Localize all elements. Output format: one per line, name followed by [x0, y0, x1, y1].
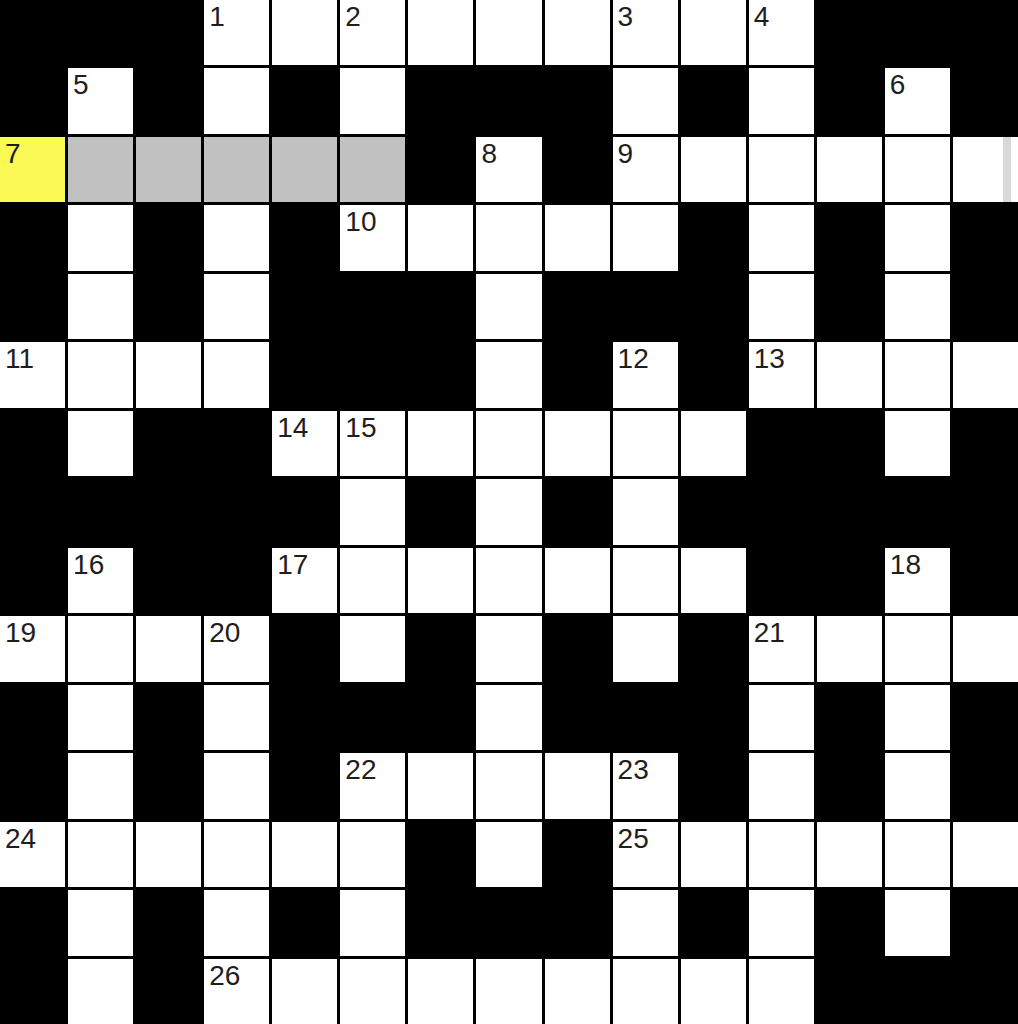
- cell-r11c10: [613, 685, 678, 750]
- cell-r7c11[interactable]: [681, 411, 746, 476]
- cell-r15c7[interactable]: [408, 959, 473, 1024]
- cell-r3c15[interactable]: [953, 137, 1018, 202]
- cell-r2c11: [681, 68, 746, 133]
- clue-number-11: 11: [0, 342, 65, 373]
- cell-r3c5[interactable]: [272, 137, 337, 202]
- cell-r3c10[interactable]: 9: [613, 137, 678, 202]
- cell-r9c5[interactable]: 17: [272, 548, 337, 613]
- cell-r5c5: [272, 274, 337, 339]
- cell-r9c11[interactable]: [681, 548, 746, 613]
- cell-r5c4[interactable]: [204, 274, 269, 339]
- cell-r10c3[interactable]: [136, 616, 201, 681]
- cell-r11c11: [681, 685, 746, 750]
- cell-r15c14: [885, 959, 950, 1024]
- cell-r6c6: [340, 342, 405, 407]
- clue-number-13: 13: [749, 342, 814, 373]
- cell-r6c9: [545, 342, 610, 407]
- cell-r5c12[interactable]: [749, 274, 814, 339]
- cell-r11c3: [136, 685, 201, 750]
- cell-r4c6[interactable]: 10: [340, 205, 405, 270]
- cell-r15c1: [0, 959, 65, 1024]
- cell-r9c15: [953, 548, 1018, 613]
- cell-r12c12[interactable]: [749, 753, 814, 818]
- cell-r10c4[interactable]: 20: [204, 616, 269, 681]
- cell-r9c3: [136, 548, 201, 613]
- cell-r1c15: [953, 0, 1018, 65]
- clue-number-7: 7: [0, 137, 65, 168]
- cell-r6c14[interactable]: [885, 342, 950, 407]
- clue-number-12: 12: [613, 342, 678, 373]
- cell-r4c11: [681, 205, 746, 270]
- clue-number-5: 5: [68, 68, 133, 99]
- cell-r8c5: [272, 479, 337, 544]
- cell-r7c4: [204, 411, 269, 476]
- cell-r7c14[interactable]: [885, 411, 950, 476]
- cell-r5c14[interactable]: [885, 274, 950, 339]
- clue-number-2: 2: [340, 0, 405, 31]
- cell-r12c6[interactable]: 22: [340, 753, 405, 818]
- cell-r4c7[interactable]: [408, 205, 473, 270]
- cell-r9c1: [0, 548, 65, 613]
- cell-r3c4[interactable]: [204, 137, 269, 202]
- clue-number-25: 25: [613, 822, 678, 853]
- cell-r3c13[interactable]: [817, 137, 882, 202]
- cell-r6c12[interactable]: 13: [749, 342, 814, 407]
- cell-r14c5: [272, 890, 337, 955]
- cell-r12c3: [136, 753, 201, 818]
- cell-r10c2[interactable]: [68, 616, 133, 681]
- cell-r7c12: [749, 411, 814, 476]
- cell-r6c8[interactable]: [476, 342, 541, 407]
- cell-r13c10[interactable]: 25: [613, 822, 678, 887]
- cell-r13c8[interactable]: [476, 822, 541, 887]
- cell-r7c15: [953, 411, 1018, 476]
- clue-number-9: 9: [613, 137, 678, 168]
- cell-r3c1[interactable]: 7: [0, 137, 65, 202]
- cell-r3c6[interactable]: [340, 137, 405, 202]
- cell-r1c2: [68, 0, 133, 65]
- cell-r11c12[interactable]: [749, 685, 814, 750]
- cell-r15c10[interactable]: [613, 959, 678, 1024]
- cell-r13c3[interactable]: [136, 822, 201, 887]
- cell-r3c3[interactable]: [136, 137, 201, 202]
- cell-r1c8[interactable]: [476, 0, 541, 65]
- clue-number-8: 8: [476, 137, 541, 168]
- cell-r6c11: [681, 342, 746, 407]
- cell-r15c6[interactable]: [340, 959, 405, 1024]
- clue-number-20: 20: [204, 616, 269, 647]
- clue-number-23: 23: [613, 753, 678, 784]
- cell-r8c3: [136, 479, 201, 544]
- cell-r9c12: [749, 548, 814, 613]
- clue-number-21: 21: [749, 616, 814, 647]
- cell-r10c10[interactable]: [613, 616, 678, 681]
- cell-r13c15[interactable]: [953, 822, 1018, 887]
- cell-r11c1: [0, 685, 65, 750]
- cell-r8c13: [817, 479, 882, 544]
- cell-r7c7[interactable]: [408, 411, 473, 476]
- cell-r10c11: [681, 616, 746, 681]
- clue-number-10: 10: [340, 205, 405, 236]
- cell-r2c13: [817, 68, 882, 133]
- cell-r1c7[interactable]: [408, 0, 473, 65]
- cell-r9c8[interactable]: [476, 548, 541, 613]
- cell-r7c1: [0, 411, 65, 476]
- cell-r5c1: [0, 274, 65, 339]
- cell-r10c7: [408, 616, 473, 681]
- cell-r3c2[interactable]: [68, 137, 133, 202]
- clue-number-17: 17: [272, 548, 337, 579]
- cell-r5c9: [545, 274, 610, 339]
- cell-r15c11[interactable]: [681, 959, 746, 1024]
- cell-r10c1[interactable]: 19: [0, 616, 65, 681]
- cell-r4c14[interactable]: [885, 205, 950, 270]
- cell-r1c3: [136, 0, 201, 65]
- cell-r8c1: [0, 479, 65, 544]
- cell-r10c12[interactable]: 21: [749, 616, 814, 681]
- cell-r6c2[interactable]: [68, 342, 133, 407]
- cell-r4c5: [272, 205, 337, 270]
- cell-r9c2[interactable]: 16: [68, 548, 133, 613]
- cell-r13c12[interactable]: [749, 822, 814, 887]
- cell-r14c7: [408, 890, 473, 955]
- cell-r12c13: [817, 753, 882, 818]
- cell-r14c15: [953, 890, 1018, 955]
- cell-r8c9: [545, 479, 610, 544]
- clue-number-6: 6: [885, 68, 950, 99]
- cell-r13c14[interactable]: [885, 822, 950, 887]
- cell-r1c4[interactable]: 1: [204, 0, 269, 65]
- cell-r12c4[interactable]: [204, 753, 269, 818]
- cell-r2c7: [408, 68, 473, 133]
- cell-r14c9: [545, 890, 610, 955]
- cell-r10c9: [545, 616, 610, 681]
- cell-r7c10[interactable]: [613, 411, 678, 476]
- cell-r11c13: [817, 685, 882, 750]
- cell-r13c13[interactable]: [817, 822, 882, 887]
- cell-r2c8: [476, 68, 541, 133]
- cell-r14c14[interactable]: [885, 890, 950, 955]
- cell-r3c9: [545, 137, 610, 202]
- cell-r8c12: [749, 479, 814, 544]
- cell-r12c7[interactable]: [408, 753, 473, 818]
- cell-r6c15[interactable]: [953, 342, 1018, 407]
- cell-r2c3: [136, 68, 201, 133]
- cell-r6c13[interactable]: [817, 342, 882, 407]
- cell-r9c10[interactable]: [613, 548, 678, 613]
- clue-number-22: 22: [340, 753, 405, 784]
- cell-r13c11[interactable]: [681, 822, 746, 887]
- clue-number-18: 18: [885, 548, 950, 579]
- cell-r5c11: [681, 274, 746, 339]
- cell-r5c10: [613, 274, 678, 339]
- cell-r15c5[interactable]: [272, 959, 337, 1024]
- cell-r2c1: [0, 68, 65, 133]
- cell-r15c2[interactable]: [68, 959, 133, 1024]
- cell-r4c13: [817, 205, 882, 270]
- cell-r14c12[interactable]: [749, 890, 814, 955]
- cell-r14c11: [681, 890, 746, 955]
- clue-number-16: 16: [68, 548, 133, 579]
- cell-r9c4: [204, 548, 269, 613]
- cell-r3c8[interactable]: 8: [476, 137, 541, 202]
- clue-number-4: 4: [749, 0, 814, 31]
- cell-r15c8[interactable]: [476, 959, 541, 1024]
- cell-r14c2[interactable]: [68, 890, 133, 955]
- cell-r8c4: [204, 479, 269, 544]
- cell-r13c2[interactable]: [68, 822, 133, 887]
- cell-r11c14[interactable]: [885, 685, 950, 750]
- cell-r1c6[interactable]: 2: [340, 0, 405, 65]
- cell-r8c8[interactable]: [476, 479, 541, 544]
- cell-r13c7: [408, 822, 473, 887]
- cell-r9c9[interactable]: [545, 548, 610, 613]
- cell-r4c8[interactable]: [476, 205, 541, 270]
- clue-number-1: 1: [204, 0, 269, 31]
- cell-r4c12[interactable]: [749, 205, 814, 270]
- cell-r2c10[interactable]: [613, 68, 678, 133]
- cell-r14c10[interactable]: [613, 890, 678, 955]
- cell-r5c2[interactable]: [68, 274, 133, 339]
- cell-r11c8[interactable]: [476, 685, 541, 750]
- cell-r12c15: [953, 753, 1018, 818]
- cell-r1c13: [817, 0, 882, 65]
- cell-r12c2[interactable]: [68, 753, 133, 818]
- cell-r14c13: [817, 890, 882, 955]
- cell-r12c8[interactable]: [476, 753, 541, 818]
- cell-r4c1: [0, 205, 65, 270]
- cell-r15c15: [953, 959, 1018, 1024]
- clue-number-15: 15: [340, 411, 405, 442]
- cell-r4c4[interactable]: [204, 205, 269, 270]
- cell-r6c4[interactable]: [204, 342, 269, 407]
- cell-r2c12[interactable]: [749, 68, 814, 133]
- cell-r12c5: [272, 753, 337, 818]
- cell-r13c6[interactable]: [340, 822, 405, 887]
- cell-r8c15: [953, 479, 1018, 544]
- cell-r7c13: [817, 411, 882, 476]
- clue-number-14: 14: [272, 411, 337, 442]
- cell-r2c14[interactable]: 6: [885, 68, 950, 133]
- cell-r15c4[interactable]: 26: [204, 959, 269, 1024]
- cell-r8c2: [68, 479, 133, 544]
- cell-r14c1: [0, 890, 65, 955]
- cell-r6c7: [408, 342, 473, 407]
- cell-r8c7: [408, 479, 473, 544]
- cell-r11c15: [953, 685, 1018, 750]
- cell-r11c2[interactable]: [68, 685, 133, 750]
- cell-r6c1[interactable]: 11: [0, 342, 65, 407]
- cell-r6c5: [272, 342, 337, 407]
- cell-r10c5: [272, 616, 337, 681]
- cell-r2c9: [545, 68, 610, 133]
- cell-r1c14: [885, 0, 950, 65]
- cell-r7c3: [136, 411, 201, 476]
- cell-r10c15[interactable]: [953, 616, 1018, 681]
- cell-r1c10[interactable]: 3: [613, 0, 678, 65]
- cell-r3c11[interactable]: [681, 137, 746, 202]
- cell-r4c2[interactable]: [68, 205, 133, 270]
- cell-r1c11[interactable]: [681, 0, 746, 65]
- cell-r7c6[interactable]: 15: [340, 411, 405, 476]
- clue-number-3: 3: [613, 0, 678, 31]
- cell-r4c3: [136, 205, 201, 270]
- cell-r2c15: [953, 68, 1018, 133]
- cell-r9c6[interactable]: [340, 548, 405, 613]
- clue-number-26: 26: [204, 959, 269, 990]
- cell-r13c5[interactable]: [272, 822, 337, 887]
- cell-r11c5: [272, 685, 337, 750]
- cell-r12c11: [681, 753, 746, 818]
- cell-r5c13: [817, 274, 882, 339]
- cell-r10c6[interactable]: [340, 616, 405, 681]
- cell-r10c13[interactable]: [817, 616, 882, 681]
- cell-r11c4[interactable]: [204, 685, 269, 750]
- cell-r8c6[interactable]: [340, 479, 405, 544]
- cell-r15c12[interactable]: [749, 959, 814, 1024]
- cell-r9c13: [817, 548, 882, 613]
- cell-r12c1: [0, 753, 65, 818]
- cell-r5c15: [953, 274, 1018, 339]
- cell-r2c5: [272, 68, 337, 133]
- cell-r5c7: [408, 274, 473, 339]
- cell-r10c14[interactable]: [885, 616, 950, 681]
- cell-r7c5[interactable]: 14: [272, 411, 337, 476]
- cell-r1c12[interactable]: 4: [749, 0, 814, 65]
- cell-r12c9[interactable]: [545, 753, 610, 818]
- cell-r15c3: [136, 959, 201, 1024]
- edge-artifact-strip: [1003, 137, 1011, 202]
- cell-r7c9[interactable]: [545, 411, 610, 476]
- cell-r7c2[interactable]: [68, 411, 133, 476]
- cell-r8c14: [885, 479, 950, 544]
- cell-r8c10[interactable]: [613, 479, 678, 544]
- cell-r1c1: [0, 0, 65, 65]
- cell-r6c3[interactable]: [136, 342, 201, 407]
- cell-r2c2[interactable]: 5: [68, 68, 133, 133]
- cell-r2c4[interactable]: [204, 68, 269, 133]
- cell-r2c6[interactable]: [340, 68, 405, 133]
- crossword-board: 1234567891011121314151617181920212223242…: [0, 0, 1018, 1024]
- cell-r3c7: [408, 137, 473, 202]
- cell-r11c7: [408, 685, 473, 750]
- cell-r14c8: [476, 890, 541, 955]
- cell-r11c6: [340, 685, 405, 750]
- cell-r9c14[interactable]: 18: [885, 548, 950, 613]
- cell-r5c6: [340, 274, 405, 339]
- cell-r14c4[interactable]: [204, 890, 269, 955]
- cell-r8c11: [681, 479, 746, 544]
- cell-r4c10[interactable]: [613, 205, 678, 270]
- cell-r12c14[interactable]: [885, 753, 950, 818]
- clue-number-19: 19: [0, 616, 65, 647]
- cell-r3c12[interactable]: [749, 137, 814, 202]
- cell-r15c13: [817, 959, 882, 1024]
- cell-r5c3: [136, 274, 201, 339]
- cell-r13c9: [545, 822, 610, 887]
- cell-r7c8[interactable]: [476, 411, 541, 476]
- cell-r13c4[interactable]: [204, 822, 269, 887]
- cell-r14c6[interactable]: [340, 890, 405, 955]
- cell-r4c9[interactable]: [545, 205, 610, 270]
- cell-r4c15: [953, 205, 1018, 270]
- cell-r1c9[interactable]: [545, 0, 610, 65]
- cell-r1c5[interactable]: [272, 0, 337, 65]
- cell-r9c7[interactable]: [408, 548, 473, 613]
- cell-r15c9[interactable]: [545, 959, 610, 1024]
- cell-r13c1[interactable]: 24: [0, 822, 65, 887]
- cell-r3c14[interactable]: [885, 137, 950, 202]
- cell-r5c8[interactable]: [476, 274, 541, 339]
- clue-number-24: 24: [0, 822, 65, 853]
- cell-r10c8[interactable]: [476, 616, 541, 681]
- cell-r6c10[interactable]: 12: [613, 342, 678, 407]
- cell-r11c9: [545, 685, 610, 750]
- cell-r12c10[interactable]: 23: [613, 753, 678, 818]
- cell-r14c3: [136, 890, 201, 955]
